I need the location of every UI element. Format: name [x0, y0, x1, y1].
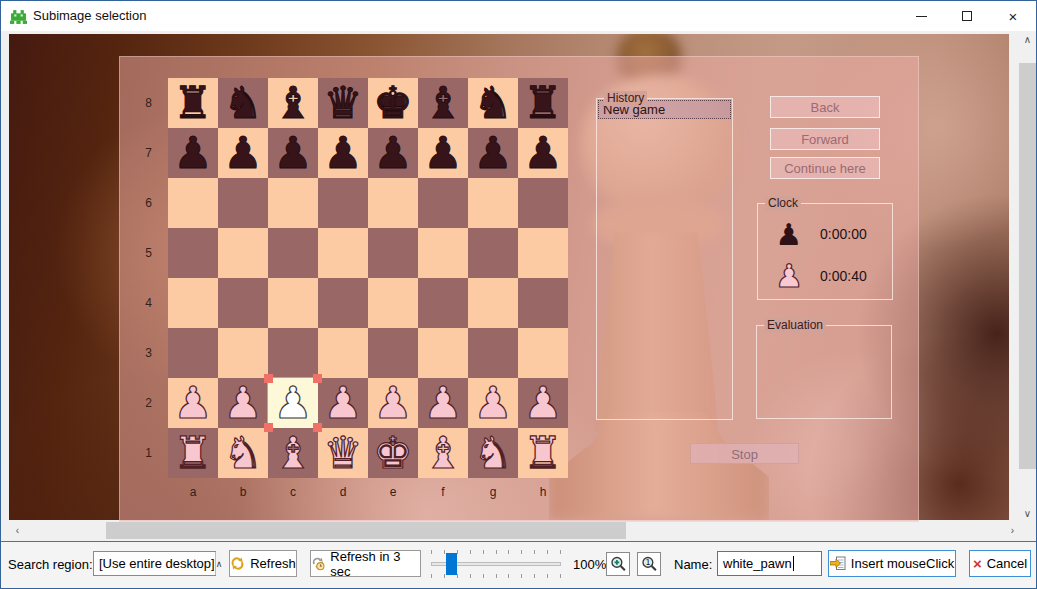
refresh-in-3-sec-button[interactable]: Refresh in 3 sec	[310, 550, 421, 577]
back-button[interactable]: Back	[770, 96, 880, 118]
minimize-icon	[916, 16, 927, 17]
white-rook-h1[interactable]: ♜	[523, 428, 562, 478]
insert-mouseclick-button[interactable]: Insert mouseClick	[828, 550, 956, 577]
white-queen-d1[interactable]: ♛	[323, 428, 362, 478]
white-knight-b1[interactable]: ♞	[223, 428, 262, 478]
vertical-scrollbar-thumb[interactable]	[1019, 63, 1036, 469]
square-c5[interactable]	[268, 228, 318, 278]
history-panel-label: History	[604, 91, 647, 106]
selection-handle-br[interactable]	[313, 423, 322, 432]
square-e5[interactable]	[368, 228, 418, 278]
white-pawn-g2[interactable]: ♟	[473, 378, 512, 428]
square-h8[interactable]: ♜	[518, 78, 568, 128]
square-d6[interactable]	[318, 178, 368, 228]
square-h4[interactable]	[518, 278, 568, 328]
zoom-100-icon: 1	[641, 556, 658, 573]
white-pawn-c2[interactable]: ♟	[273, 378, 312, 428]
square-h6[interactable]	[518, 178, 568, 228]
refresh-button[interactable]: Refresh	[229, 550, 297, 577]
square-e4[interactable]	[368, 278, 418, 328]
square-d2[interactable]: ♟	[318, 378, 368, 428]
evaluation-panel: Evaluation	[756, 325, 892, 419]
square-b7[interactable]: ♟	[218, 128, 268, 178]
rank-label-8: 8	[120, 78, 168, 128]
white-pawn-a2[interactable]: ♟	[173, 378, 212, 428]
white-pawn-f2[interactable]: ♟	[423, 378, 462, 428]
square-a2[interactable]: ♟	[168, 378, 218, 428]
square-f8[interactable]: ♝	[418, 78, 468, 128]
white-pawn-e2[interactable]: ♟	[373, 378, 412, 428]
square-a5[interactable]	[168, 228, 218, 278]
refresh-in-3-sec-label: Refresh in 3 sec	[330, 549, 420, 579]
black-pawn-f7[interactable]: ♟	[423, 128, 462, 178]
square-b6[interactable]	[218, 178, 268, 228]
rank-label-3: 3	[120, 328, 168, 378]
square-f4[interactable]	[418, 278, 468, 328]
slider-thumb[interactable]	[446, 553, 457, 575]
white-pawn-icon: ♟	[758, 257, 820, 295]
slider-ticks-bottom	[431, 574, 561, 578]
black-bishop-f8[interactable]: ♝	[423, 78, 462, 128]
app-icon	[10, 8, 27, 25]
square-e3[interactable]	[368, 328, 418, 378]
cancel-button[interactable]: × Cancel	[969, 550, 1031, 577]
name-input-value: white_pawn	[723, 556, 792, 571]
forward-button[interactable]: Forward	[770, 128, 880, 150]
scroll-down-icon[interactable]: ∨	[1019, 505, 1036, 522]
square-f3[interactable]	[418, 328, 468, 378]
square-d1[interactable]: ♛	[318, 428, 368, 478]
square-e6[interactable]	[368, 178, 418, 228]
square-b3[interactable]	[218, 328, 268, 378]
square-f1[interactable]: ♝	[418, 428, 468, 478]
black-pawn-icon: ♟	[758, 217, 820, 252]
white-knight-g1[interactable]: ♞	[473, 428, 512, 478]
rank-label-1: 1	[120, 428, 168, 478]
search-region-dropdown[interactable]: [Use entire desktop] ∧	[93, 551, 216, 576]
square-c3[interactable]	[268, 328, 318, 378]
white-rook-a1[interactable]: ♜	[173, 428, 212, 478]
scroll-right-icon[interactable]: ›	[1004, 522, 1021, 539]
black-pawn-h7[interactable]: ♟	[523, 128, 562, 178]
file-label-h: h	[518, 478, 568, 506]
white-clock-row: ♟ 0:00:40	[758, 256, 892, 296]
rank-label-6: 6	[120, 178, 168, 228]
title-bar: Subimage selection ×	[1, 1, 1036, 31]
subimage-selection-window: Subimage selection × 8♜♞♝♛♚♝♞♜7♟♟♟♟♟♟♟♟6…	[0, 0, 1037, 589]
square-h7[interactable]: ♟	[518, 128, 568, 178]
window-title: Subimage selection	[33, 8, 146, 23]
white-clock-time: 0:00:40	[820, 268, 867, 284]
chess-board: 8♜♞♝♛♚♝♞♜7♟♟♟♟♟♟♟♟65432♟♟♟♟♟♟♟♟1♜♞♝♛♚♝♞♜…	[120, 78, 568, 506]
stop-button[interactable]: Stop	[690, 443, 799, 464]
cancel-button-label: Cancel	[987, 556, 1027, 571]
square-e2[interactable]: ♟	[368, 378, 418, 428]
insert-mouseclick-icon	[830, 556, 846, 571]
square-b1[interactable]: ♞	[218, 428, 268, 478]
file-label-b: b	[218, 478, 268, 506]
square-g4[interactable]	[468, 278, 518, 328]
search-region-label: Search region:	[8, 557, 93, 572]
vertical-scrollbar[interactable]: ∧ ∨	[1019, 31, 1036, 522]
black-queen-d8[interactable]: ♛	[323, 78, 362, 128]
black-pawn-g7[interactable]: ♟	[473, 128, 512, 178]
square-a6[interactable]	[168, 178, 218, 228]
square-c6[interactable]	[268, 178, 318, 228]
black-rook-h8[interactable]: ♜	[523, 78, 562, 128]
scroll-up-icon[interactable]: ∧	[1019, 31, 1036, 48]
zoom-slider[interactable]	[431, 550, 561, 578]
white-bishop-c1[interactable]: ♝	[273, 428, 312, 478]
square-f2[interactable]: ♟	[418, 378, 468, 428]
square-d7[interactable]: ♟	[318, 128, 368, 178]
continue-here-button[interactable]: Continue here	[770, 157, 880, 179]
square-e7[interactable]: ♟	[368, 128, 418, 178]
square-e8[interactable]: ♚	[368, 78, 418, 128]
zoom-percent-value: 100%	[573, 557, 606, 572]
square-c7[interactable]: ♟	[268, 128, 318, 178]
white-king-e1[interactable]: ♚	[373, 428, 412, 478]
name-input[interactable]: white_pawn	[717, 551, 822, 576]
close-icon: ×	[1009, 8, 1018, 25]
white-pawn-b2[interactable]: ♟	[223, 378, 262, 428]
black-pawn-e7[interactable]: ♟	[373, 128, 412, 178]
zoom-in-button[interactable]	[606, 552, 630, 576]
file-label-d: d	[318, 478, 368, 506]
svg-text:1: 1	[645, 558, 650, 567]
file-label-f: f	[418, 478, 468, 506]
square-a8[interactable]: ♜	[168, 78, 218, 128]
black-rook-a8[interactable]: ♜	[173, 78, 212, 128]
square-d8[interactable]: ♛	[318, 78, 368, 128]
text-caret	[793, 556, 794, 571]
black-pawn-c7[interactable]: ♟	[273, 128, 312, 178]
black-clock-time: 0:00:00	[820, 226, 867, 242]
minimize-button[interactable]	[898, 1, 944, 31]
square-g2[interactable]: ♟	[468, 378, 518, 428]
captured-chess-app-panel: 8♜♞♝♛♚♝♞♜7♟♟♟♟♟♟♟♟65432♟♟♟♟♟♟♟♟1♜♞♝♛♚♝♞♜…	[119, 56, 919, 522]
black-clock-row: ♟ 0:00:00	[758, 214, 892, 254]
square-g8[interactable]: ♞	[468, 78, 518, 128]
square-g1[interactable]: ♞	[468, 428, 518, 478]
white-pawn-d2[interactable]: ♟	[323, 378, 362, 428]
square-e1[interactable]: ♚	[368, 428, 418, 478]
square-h3[interactable]	[518, 328, 568, 378]
square-b8[interactable]: ♞	[218, 78, 268, 128]
square-b5[interactable]	[218, 228, 268, 278]
square-g6[interactable]	[468, 178, 518, 228]
file-label-a: a	[168, 478, 218, 506]
square-d4[interactable]	[318, 278, 368, 328]
insert-mouseclick-label: Insert mouseClick	[851, 556, 954, 571]
rank-label-4: 4	[120, 278, 168, 328]
selection-handle-bl[interactable]	[264, 423, 273, 432]
square-c1[interactable]: ♝	[268, 428, 318, 478]
chevron-up-icon[interactable]: ∧	[215, 552, 223, 575]
horizontal-scrollbar-thumb[interactable]	[106, 522, 626, 539]
evaluation-panel-label: Evaluation	[764, 318, 826, 333]
close-button[interactable]: ×	[990, 1, 1036, 31]
rank-label-7: 7	[120, 128, 168, 178]
square-g7[interactable]: ♟	[468, 128, 518, 178]
black-knight-b8[interactable]: ♞	[223, 78, 262, 128]
square-h2[interactable]: ♟	[518, 378, 568, 428]
zoom-100-button[interactable]: 1	[637, 552, 661, 576]
refresh-clock-icon	[311, 556, 325, 571]
square-c8[interactable]: ♝	[268, 78, 318, 128]
black-pawn-d7[interactable]: ♟	[323, 128, 362, 178]
cancel-x-icon: ×	[973, 555, 982, 572]
square-g3[interactable]	[468, 328, 518, 378]
square-f7[interactable]: ♟	[418, 128, 468, 178]
selection-handle-tr[interactable]	[313, 374, 322, 383]
file-label-c: c	[268, 478, 318, 506]
refresh-button-label: Refresh	[250, 556, 296, 571]
horizontal-scrollbar[interactable]: ‹ ›	[1, 522, 1021, 539]
square-b4[interactable]	[218, 278, 268, 328]
zoom-in-icon	[610, 556, 627, 573]
file-label-e: e	[368, 478, 418, 506]
square-d3[interactable]	[318, 328, 368, 378]
maximize-icon	[962, 11, 972, 21]
selection-handle-tl[interactable]	[264, 374, 273, 383]
board-corner-spacer	[120, 478, 168, 506]
black-pawn-a7[interactable]: ♟	[173, 128, 212, 178]
clock-panel-label: Clock	[765, 196, 801, 211]
square-g5[interactable]	[468, 228, 518, 278]
square-a7[interactable]: ♟	[168, 128, 218, 178]
white-bishop-f1[interactable]: ♝	[423, 428, 462, 478]
name-label: Name:	[674, 557, 712, 572]
history-panel: History New game	[596, 98, 733, 420]
search-region-value: [Use entire desktop]	[94, 556, 215, 571]
square-a4[interactable]	[168, 278, 218, 328]
black-pawn-b7[interactable]: ♟	[223, 128, 262, 178]
maximize-button[interactable]	[944, 1, 990, 31]
square-f6[interactable]	[418, 178, 468, 228]
rank-label-5: 5	[120, 228, 168, 278]
clock-panel: Clock ♟ 0:00:00 ♟ 0:00:40	[757, 203, 893, 300]
rank-label-2: 2	[120, 378, 168, 428]
scroll-left-icon[interactable]: ‹	[9, 522, 26, 539]
square-a3[interactable]	[168, 328, 218, 378]
square-c2[interactable]: ♟	[268, 378, 318, 428]
square-a1[interactable]: ♜	[168, 428, 218, 478]
square-h5[interactable]	[518, 228, 568, 278]
bottom-toolbar: Search region: [Use entire desktop] ∧ Re…	[1, 541, 1036, 589]
square-d5[interactable]	[318, 228, 368, 278]
black-knight-g8[interactable]: ♞	[473, 78, 512, 128]
square-f5[interactable]	[418, 228, 468, 278]
white-pawn-h2[interactable]: ♟	[523, 378, 562, 428]
black-king-e8[interactable]: ♚	[373, 78, 412, 128]
refresh-icon	[230, 556, 245, 571]
square-b2[interactable]: ♟	[218, 378, 268, 428]
black-bishop-c8[interactable]: ♝	[273, 78, 312, 128]
file-label-g: g	[468, 478, 518, 506]
square-h1[interactable]: ♜	[518, 428, 568, 478]
square-c4[interactable]	[268, 278, 318, 328]
